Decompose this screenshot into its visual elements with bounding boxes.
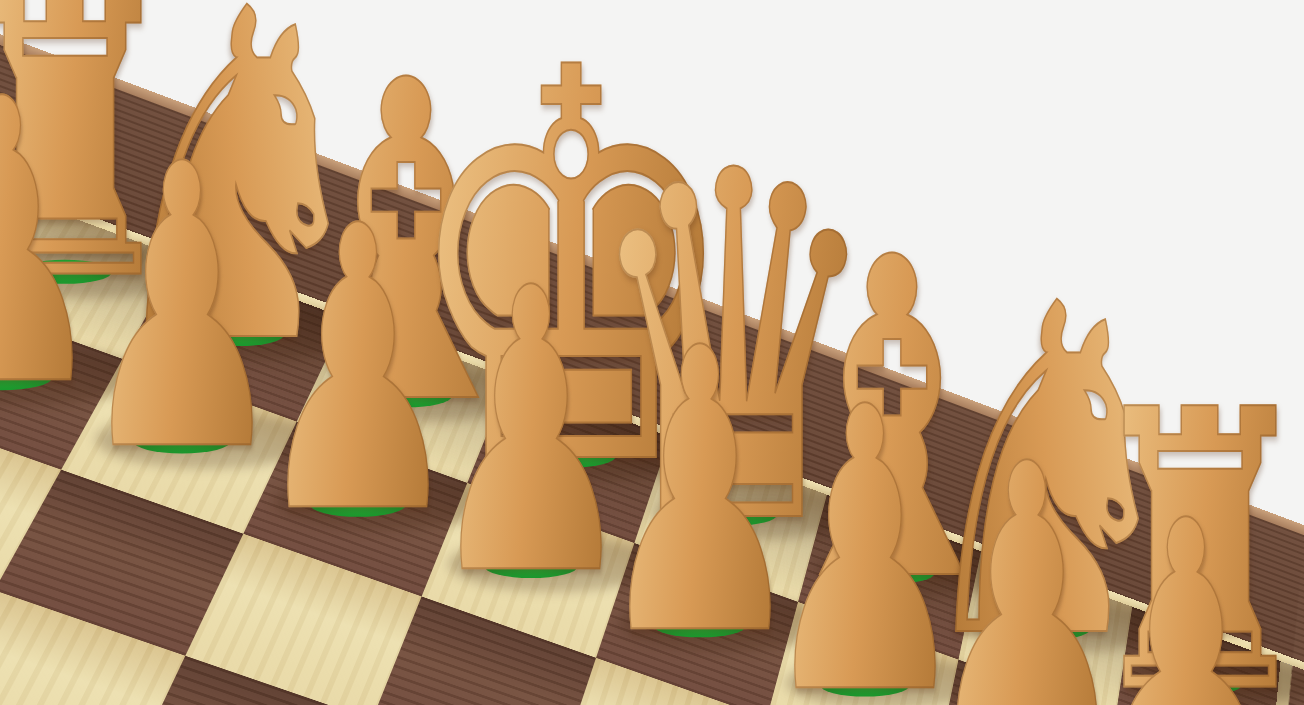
scene: ♜♞♝♚♛♝♞♜♟♟♟♟♟♟♟♟ (0, 0, 1304, 705)
white-pawn-a2[interactable]: ♟ (1011, 471, 1304, 705)
chess-set-render: ♜♞♝♚♛♝♞♜♟♟♟♟♟♟♟♟ (0, 0, 1304, 705)
pawn-glyph: ♟ (1081, 471, 1291, 705)
pieces-layer: ♜♞♝♚♛♝♞♜♟♟♟♟♟♟♟♟ (0, 0, 1304, 705)
